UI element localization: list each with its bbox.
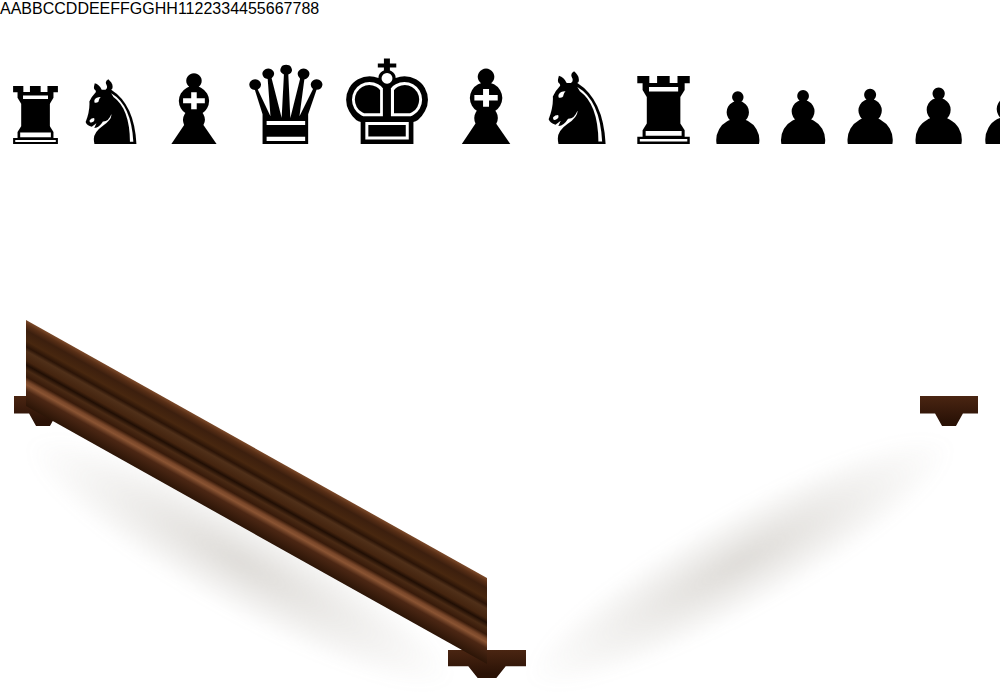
file-label-far-c: C <box>54 0 66 17</box>
rank-label-left-3: 3 <box>212 0 221 17</box>
piece-black-queen-d8: ♛ <box>237 46 334 167</box>
chess-set-photo: AABBCCDDEEFFGGHH1122334455667788 ♜♞♝♛♚♝♞… <box>0 0 1000 700</box>
piece-black-rook-h8: ♜ <box>622 60 706 164</box>
piece-black-pawn-a7: ♟ <box>705 79 770 159</box>
piece-black-knight-b8: ♞ <box>71 64 151 163</box>
rank-label-right-5: 5 <box>257 0 266 17</box>
chess-board: AABBCCDDEEFFGGHH1122334455667788 <box>0 0 1000 18</box>
file-label-near-g: G <box>130 0 142 17</box>
file-label-far-f: F <box>120 0 130 17</box>
rank-label-right-6: 6 <box>275 0 284 17</box>
rank-label-right-8: 8 <box>310 0 319 17</box>
file-label-near-e: E <box>89 0 100 17</box>
file-label-far-h: H <box>166 0 178 17</box>
file-label-near-b: B <box>21 0 32 17</box>
piece-black-knight-g8: ♞ <box>533 54 622 165</box>
rank-label-right-3: 3 <box>221 0 230 17</box>
coordinate-labels: AABBCCDDEEFFGGHH1122334455667788 <box>0 0 1000 18</box>
file-label-far-a: A <box>11 0 22 17</box>
file-label-far-g: G <box>142 0 154 17</box>
rank-label-right-1: 1 <box>186 0 195 17</box>
file-label-far-b: B <box>32 0 43 17</box>
file-label-near-a: A <box>0 0 11 17</box>
rank-label-left-5: 5 <box>248 0 257 17</box>
rank-label-left-1: 1 <box>178 0 186 17</box>
rank-label-left-6: 6 <box>266 0 275 17</box>
piece-black-pawn-d7: ♟ <box>904 74 973 160</box>
rank-label-left-8: 8 <box>301 0 310 17</box>
file-label-near-f: F <box>110 0 120 17</box>
piece-black-pawn-b7: ♟ <box>770 77 836 160</box>
rank-label-left-4: 4 <box>230 0 239 17</box>
piece-black-king-e8: ♚ <box>335 38 440 169</box>
file-label-far-e: E <box>100 0 111 17</box>
file-label-far-d: D <box>77 0 89 17</box>
piece-black-rook-a8: ♜ <box>0 72 71 161</box>
piece-black-pawn-c7: ♟ <box>836 76 904 160</box>
piece-black-pawn-e7: ♟ <box>973 72 1000 161</box>
file-label-near-h: H <box>155 0 167 17</box>
file-label-near-d: D <box>66 0 78 17</box>
rank-label-right-4: 4 <box>239 0 248 17</box>
piece-black-bishop-c8: ♝ <box>151 57 238 164</box>
pieces-layer: ♜♞♝♛♚♝♞♜♟♟♟♟♟♟♟♟♟♟♟♟♟♟♟♟♜♞♝♛♚♝♞♜ <box>0 18 1000 176</box>
rank-label-right-2: 2 <box>203 0 212 17</box>
piece-black-bishop-f8: ♝ <box>440 50 533 166</box>
file-label-near-c: C <box>43 0 55 17</box>
